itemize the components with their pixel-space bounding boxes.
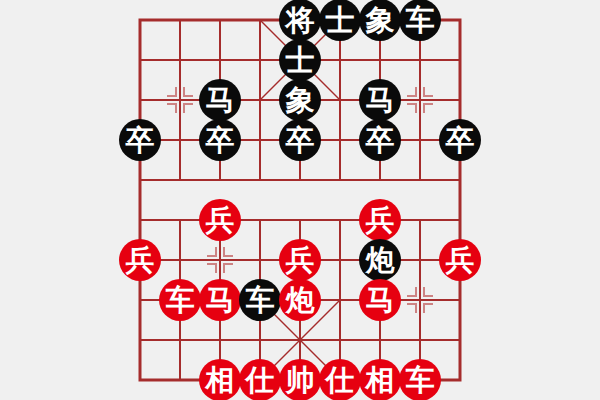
piece-black-general[interactable]: 将: [279, 0, 321, 41]
piece-black-chariot[interactable]: 车: [239, 279, 281, 321]
piece-red-soldier[interactable]: 兵: [199, 199, 241, 241]
piece-red-soldier[interactable]: 兵: [279, 239, 321, 281]
piece-red-general[interactable]: 帅: [279, 359, 321, 400]
piece-red-elephant[interactable]: 相: [359, 359, 401, 400]
piece-black-elephant[interactable]: 象: [359, 0, 401, 41]
piece-black-soldier[interactable]: 卒: [359, 119, 401, 161]
piece-black-soldier[interactable]: 卒: [119, 119, 161, 161]
piece-red-soldier[interactable]: 兵: [119, 239, 161, 281]
piece-black-soldier[interactable]: 卒: [199, 119, 241, 161]
piece-red-advisor[interactable]: 仕: [239, 359, 281, 400]
piece-black-advisor[interactable]: 士: [319, 0, 361, 41]
xiangqi-app: 将士象车士马象马卒卒卒卒卒兵兵兵兵炮兵车马车炮马相仕帅仕相车: [0, 0, 600, 400]
piece-black-cannon[interactable]: 炮: [359, 239, 401, 281]
xiangqi-board[interactable]: 将士象车士马象马卒卒卒卒卒兵兵兵兵炮兵车马车炮马相仕帅仕相车: [120, 0, 480, 400]
piece-red-chariot[interactable]: 车: [159, 279, 201, 321]
piece-red-advisor[interactable]: 仕: [319, 359, 361, 400]
piece-black-horse[interactable]: 马: [359, 79, 401, 121]
piece-black-horse[interactable]: 马: [199, 79, 241, 121]
piece-red-cannon[interactable]: 炮: [279, 279, 321, 321]
piece-black-elephant[interactable]: 象: [279, 79, 321, 121]
piece-black-soldier[interactable]: 卒: [439, 119, 481, 161]
piece-black-chariot[interactable]: 车: [399, 0, 441, 41]
piece-black-advisor[interactable]: 士: [279, 39, 321, 81]
piece-red-horse[interactable]: 马: [199, 279, 241, 321]
piece-black-soldier[interactable]: 卒: [279, 119, 321, 161]
piece-red-horse[interactable]: 马: [359, 279, 401, 321]
piece-red-chariot[interactable]: 车: [399, 359, 441, 400]
piece-red-soldier[interactable]: 兵: [439, 239, 481, 281]
piece-red-soldier[interactable]: 兵: [359, 199, 401, 241]
piece-red-elephant[interactable]: 相: [199, 359, 241, 400]
